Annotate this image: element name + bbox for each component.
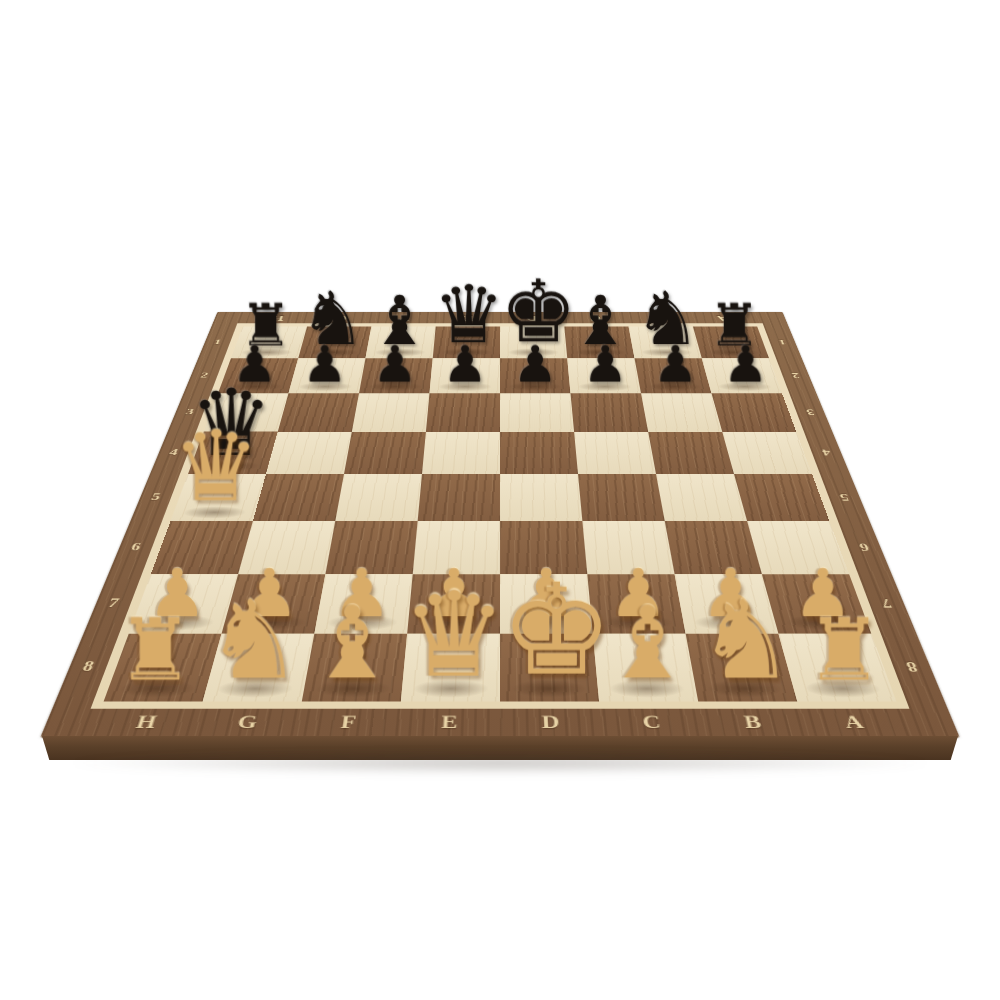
square-b3[interactable] xyxy=(641,393,722,431)
piece-white-queen-h5[interactable]: ♛ xyxy=(172,418,254,516)
square-c8[interactable]: ♝ xyxy=(593,634,698,702)
square-a8[interactable]: ♜ xyxy=(778,634,896,702)
square-f5[interactable] xyxy=(335,474,422,521)
square-f2[interactable]: ♟ xyxy=(359,358,433,393)
file-label-e: E xyxy=(436,312,500,323)
square-a4[interactable] xyxy=(722,432,812,474)
piece-black-pawn-a2[interactable]: ♟ xyxy=(710,339,780,389)
square-a2[interactable]: ♟ xyxy=(702,358,782,393)
file-label-a: A xyxy=(689,312,756,323)
square-h5[interactable]: ♛ xyxy=(170,474,266,521)
file-label-b: B xyxy=(699,708,807,737)
file-labels-bottom: HGFEDCBA xyxy=(90,708,909,737)
board-shadow xyxy=(70,752,930,774)
file-label-b: B xyxy=(626,312,692,323)
piece-white-knight-b8[interactable]: ♞ xyxy=(697,586,795,695)
piece-white-bishop-c8[interactable]: ♝ xyxy=(598,594,696,694)
square-b5[interactable] xyxy=(656,474,747,521)
square-g3[interactable] xyxy=(278,393,359,431)
chessboard: ♜♞♝♛♚♝♞♜♟♟♟♟♟♟♟♟♛♛♟♟♟♟♟♟♟♟♜♞♝♛♚♝♞♜ HGFED… xyxy=(40,312,960,738)
file-label-a: A xyxy=(799,708,909,737)
square-f3[interactable] xyxy=(352,393,430,431)
piece-black-pawn-b2[interactable]: ♟ xyxy=(640,339,710,389)
piece-black-pawn-d2[interactable]: ♟ xyxy=(500,339,570,389)
square-f8[interactable]: ♝ xyxy=(302,634,407,702)
square-d5[interactable] xyxy=(500,474,582,521)
file-label-f: F xyxy=(372,312,437,323)
square-c2[interactable]: ♟ xyxy=(567,358,641,393)
square-e8[interactable]: ♛ xyxy=(401,634,500,702)
piece-white-bishop-f8[interactable]: ♝ xyxy=(303,594,401,694)
square-d3[interactable] xyxy=(500,393,574,431)
piece-white-knight-g8[interactable]: ♞ xyxy=(205,586,303,695)
piece-black-pawn-f2[interactable]: ♟ xyxy=(360,339,430,389)
file-label-g: G xyxy=(193,708,301,737)
square-b4[interactable] xyxy=(648,432,734,474)
piece-black-pawn-g2[interactable]: ♟ xyxy=(290,339,360,389)
file-label-d: D xyxy=(500,312,564,323)
square-e5[interactable] xyxy=(418,474,500,521)
file-label-h: H xyxy=(90,708,200,737)
piece-white-king-d8[interactable]: ♚ xyxy=(500,568,598,694)
square-b8[interactable]: ♞ xyxy=(686,634,798,702)
piece-white-queen-e8[interactable]: ♛ xyxy=(402,577,500,694)
square-e3[interactable] xyxy=(426,393,500,431)
file-label-g: G xyxy=(308,312,374,323)
square-e2[interactable]: ♟ xyxy=(430,358,500,393)
file-label-d: D xyxy=(500,708,602,737)
piece-white-rook-h8[interactable]: ♜ xyxy=(106,608,204,694)
square-g2[interactable]: ♟ xyxy=(289,358,366,393)
product-photo-stage: ♜♞♝♛♚♝♞♜♟♟♟♟♟♟♟♟♛♛♟♟♟♟♟♟♟♟♜♞♝♛♚♝♞♜ HGFED… xyxy=(0,0,1000,1000)
file-label-c: C xyxy=(600,708,705,737)
file-label-h: H xyxy=(244,312,311,323)
square-e4[interactable] xyxy=(422,432,500,474)
square-g4[interactable] xyxy=(266,432,352,474)
square-d4[interactable] xyxy=(500,432,578,474)
piece-black-pawn-c2[interactable]: ♟ xyxy=(570,339,640,389)
square-b2[interactable]: ♟ xyxy=(635,358,712,393)
board-scene: ♜♞♝♛♚♝♞♜♟♟♟♟♟♟♟♟♛♛♟♟♟♟♟♟♟♟♜♞♝♛♚♝♞♜ HGFED… xyxy=(150,124,850,824)
file-labels-top: HGFEDCBA xyxy=(244,312,756,323)
piece-black-pawn-e2[interactable]: ♟ xyxy=(430,339,500,389)
square-c4[interactable] xyxy=(574,432,656,474)
square-g5[interactable] xyxy=(253,474,344,521)
board-grid: ♜♞♝♛♚♝♞♜♟♟♟♟♟♟♟♟♛♛♟♟♟♟♟♟♟♟♜♞♝♛♚♝♞♜ xyxy=(104,326,897,701)
file-label-f: F xyxy=(295,708,400,737)
square-c3[interactable] xyxy=(570,393,648,431)
square-a3[interactable] xyxy=(711,393,796,431)
square-d8[interactable]: ♚ xyxy=(500,634,599,702)
square-f4[interactable] xyxy=(344,432,426,474)
square-d2[interactable]: ♟ xyxy=(500,358,570,393)
file-label-e: E xyxy=(398,708,500,737)
piece-white-rook-a8[interactable]: ♜ xyxy=(795,608,893,694)
file-label-c: C xyxy=(563,312,628,323)
square-g8[interactable]: ♞ xyxy=(203,634,315,702)
square-c5[interactable] xyxy=(578,474,665,521)
